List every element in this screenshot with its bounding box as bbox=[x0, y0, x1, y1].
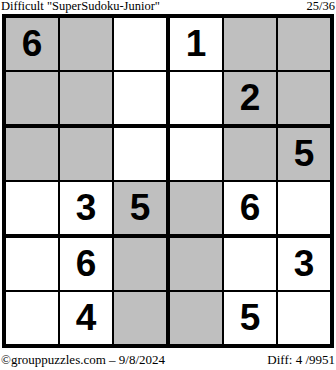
cell-r3c5-empty[interactable] bbox=[224, 128, 278, 182]
cell-r3c2-empty[interactable] bbox=[60, 128, 114, 182]
cell-r1c4-given-1[interactable]: 1 bbox=[170, 18, 224, 72]
cell-r5c4-empty[interactable] bbox=[170, 238, 224, 292]
cell-r1c5-empty[interactable] bbox=[224, 18, 278, 72]
footer: ©grouppuzzles.com – 9/8/2024 Diff: 4 /99… bbox=[1, 352, 335, 367]
cell-r4c2-given-3[interactable]: 3 bbox=[60, 182, 114, 238]
cell-r1c3-empty[interactable] bbox=[114, 18, 170, 72]
puzzle-title: Difficult "SuperSudoku-Junior" bbox=[1, 0, 160, 13]
cell-r3c6-given-5[interactable]: 5 bbox=[278, 128, 330, 182]
cell-r5c1-empty[interactable] bbox=[6, 238, 60, 292]
cell-r2c6-empty[interactable] bbox=[278, 72, 330, 128]
cell-r3c3-empty[interactable] bbox=[114, 128, 170, 182]
cell-r1c6-empty[interactable] bbox=[278, 18, 330, 72]
cell-r5c3-empty[interactable] bbox=[114, 238, 170, 292]
sudoku-board: 61253566345 bbox=[2, 14, 334, 348]
cell-r5c2-given-6[interactable]: 6 bbox=[60, 238, 114, 292]
header: Difficult "SuperSudoku-Junior" 25/36 bbox=[1, 0, 335, 13]
cell-r2c4-empty[interactable] bbox=[170, 72, 224, 128]
cell-r4c1-empty[interactable] bbox=[6, 182, 60, 238]
cell-r2c3-empty[interactable] bbox=[114, 72, 170, 128]
cell-r3c1-empty[interactable] bbox=[6, 128, 60, 182]
copyright-date: ©grouppuzzles.com – 9/8/2024 bbox=[1, 353, 165, 367]
cell-r1c2-empty[interactable] bbox=[60, 18, 114, 72]
cell-r2c2-empty[interactable] bbox=[60, 72, 114, 128]
cell-r6c5-given-5[interactable]: 5 bbox=[224, 292, 278, 344]
cell-r6c1-empty[interactable] bbox=[6, 292, 60, 344]
cell-r1c1-given-6[interactable]: 6 bbox=[6, 18, 60, 72]
cell-r6c6-empty[interactable] bbox=[278, 292, 330, 344]
cell-r5c5-empty[interactable] bbox=[224, 238, 278, 292]
cell-r4c4-empty[interactable] bbox=[170, 182, 224, 238]
cell-r6c4-empty[interactable] bbox=[170, 292, 224, 344]
cell-r6c2-given-4[interactable]: 4 bbox=[60, 292, 114, 344]
cell-r4c3-given-5[interactable]: 5 bbox=[114, 182, 170, 238]
cell-r2c1-empty[interactable] bbox=[6, 72, 60, 128]
cells-to-fill-counter: 25/36 bbox=[307, 0, 335, 13]
cell-r2c5-given-2[interactable]: 2 bbox=[224, 72, 278, 128]
cell-r5c6-given-3[interactable]: 3 bbox=[278, 238, 330, 292]
puzzle-page: Difficult "SuperSudoku-Junior" 25/36 612… bbox=[0, 0, 336, 370]
cell-r3c4-empty[interactable] bbox=[170, 128, 224, 182]
cell-r4c5-given-6[interactable]: 6 bbox=[224, 182, 278, 238]
cell-r6c3-empty[interactable] bbox=[114, 292, 170, 344]
difficulty-rating: Diff: 4 /9951 bbox=[267, 353, 335, 367]
cell-r4c6-empty[interactable] bbox=[278, 182, 330, 238]
